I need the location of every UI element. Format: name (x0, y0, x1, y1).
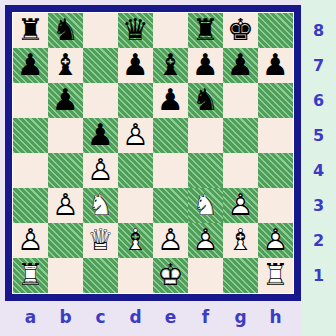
square-g3[interactable]: ♟♙ (223, 188, 258, 223)
board-frame: ♜♞♛♜♚♟♝♟♝♟♟♟♟♟♞♟♟♙♟♙♟♙♞♘♞♘♟♙♟♙♛♕♝♗♟♙♟♙♝♗… (5, 5, 301, 301)
piece-white-pawn[interactable]: ♟♙ (13, 223, 48, 258)
square-c8[interactable] (83, 13, 118, 48)
square-e8[interactable] (153, 13, 188, 48)
rank-label-2: 2 (301, 223, 336, 258)
square-f1[interactable] (188, 258, 223, 293)
square-c5[interactable]: ♟ (83, 118, 118, 153)
piece-white-pawn[interactable]: ♟♙ (118, 118, 153, 153)
square-b6[interactable]: ♟ (48, 83, 83, 118)
rank-labels: 87654321 (301, 13, 336, 293)
square-f4[interactable] (188, 153, 223, 188)
square-f7[interactable]: ♟ (188, 48, 223, 83)
piece-black-pawn[interactable]: ♟ (83, 118, 118, 153)
square-g7[interactable]: ♟ (223, 48, 258, 83)
square-h8[interactable] (258, 13, 293, 48)
file-label-a: a (13, 301, 48, 333)
square-h4[interactable] (258, 153, 293, 188)
square-h3[interactable] (258, 188, 293, 223)
square-e5[interactable] (153, 118, 188, 153)
square-b5[interactable] (48, 118, 83, 153)
file-label-c: c (83, 301, 118, 333)
piece-black-king[interactable]: ♚ (223, 13, 258, 48)
square-a2[interactable]: ♟♙ (13, 223, 48, 258)
square-b1[interactable] (48, 258, 83, 293)
piece-black-pawn[interactable]: ♟ (118, 48, 153, 83)
square-b4[interactable] (48, 153, 83, 188)
square-e6[interactable]: ♟ (153, 83, 188, 118)
piece-black-rook[interactable]: ♜ (188, 13, 223, 48)
square-c6[interactable] (83, 83, 118, 118)
square-d1[interactable] (118, 258, 153, 293)
file-label-d: d (118, 301, 153, 333)
piece-black-knight[interactable]: ♞ (48, 13, 83, 48)
square-d8[interactable]: ♛ (118, 13, 153, 48)
file-label-f: f (188, 301, 223, 333)
square-a8[interactable]: ♜ (13, 13, 48, 48)
square-g6[interactable] (223, 83, 258, 118)
square-b7[interactable]: ♝ (48, 48, 83, 83)
rank-label-4: 4 (301, 153, 336, 188)
piece-white-knight[interactable]: ♞♘ (83, 188, 118, 223)
rank-label-1: 1 (301, 258, 336, 293)
square-d3[interactable] (118, 188, 153, 223)
square-g4[interactable] (223, 153, 258, 188)
square-d6[interactable] (118, 83, 153, 118)
rank-label-5: 5 (301, 118, 336, 153)
square-e4[interactable] (153, 153, 188, 188)
piece-white-rook[interactable]: ♜♖ (258, 258, 293, 293)
square-b8[interactable]: ♞ (48, 13, 83, 48)
square-c1[interactable] (83, 258, 118, 293)
piece-black-queen[interactable]: ♛ (118, 13, 153, 48)
file-label-b: b (48, 301, 83, 333)
square-g1[interactable] (223, 258, 258, 293)
square-a3[interactable] (13, 188, 48, 223)
square-g5[interactable] (223, 118, 258, 153)
square-a5[interactable] (13, 118, 48, 153)
piece-white-pawn[interactable]: ♟♙ (83, 153, 118, 188)
piece-black-pawn[interactable]: ♟ (153, 83, 188, 118)
square-d4[interactable] (118, 153, 153, 188)
square-f2[interactable]: ♟♙ (188, 223, 223, 258)
rank-label-7: 7 (301, 48, 336, 83)
square-e7[interactable]: ♝ (153, 48, 188, 83)
piece-white-pawn[interactable]: ♟♙ (188, 223, 223, 258)
square-f8[interactable]: ♜ (188, 13, 223, 48)
piece-white-bishop[interactable]: ♝♗ (223, 223, 258, 258)
square-h5[interactable] (258, 118, 293, 153)
square-h7[interactable]: ♟ (258, 48, 293, 83)
square-b2[interactable] (48, 223, 83, 258)
chess-diagram: ♜♞♛♜♚♟♝♟♝♟♟♟♟♟♞♟♟♙♟♙♟♙♞♘♞♘♟♙♟♙♛♕♝♗♟♙♟♙♝♗… (0, 0, 336, 336)
square-h1[interactable]: ♜♖ (258, 258, 293, 293)
square-a4[interactable] (13, 153, 48, 188)
square-a7[interactable]: ♟ (13, 48, 48, 83)
file-label-e: e (153, 301, 188, 333)
piece-white-knight[interactable]: ♞♘ (188, 188, 223, 223)
file-label-h: h (258, 301, 293, 333)
piece-black-knight[interactable]: ♞ (188, 83, 223, 118)
piece-black-pawn[interactable]: ♟ (223, 48, 258, 83)
piece-white-pawn[interactable]: ♟♙ (223, 188, 258, 223)
square-e1[interactable]: ♚♔ (153, 258, 188, 293)
square-d2[interactable]: ♝♗ (118, 223, 153, 258)
piece-black-rook[interactable]: ♜ (13, 13, 48, 48)
square-g8[interactable]: ♚ (223, 13, 258, 48)
chess-board: ♜♞♛♜♚♟♝♟♝♟♟♟♟♟♞♟♟♙♟♙♟♙♞♘♞♘♟♙♟♙♛♕♝♗♟♙♟♙♝♗… (13, 13, 293, 293)
piece-white-king[interactable]: ♚♔ (153, 258, 188, 293)
square-e3[interactable] (153, 188, 188, 223)
file-labels: abcdefgh (13, 301, 293, 333)
rank-label-3: 3 (301, 188, 336, 223)
piece-white-pawn[interactable]: ♟♙ (258, 223, 293, 258)
square-c4[interactable]: ♟♙ (83, 153, 118, 188)
square-f3[interactable]: ♞♘ (188, 188, 223, 223)
square-h2[interactable]: ♟♙ (258, 223, 293, 258)
square-f5[interactable] (188, 118, 223, 153)
piece-white-pawn[interactable]: ♟♙ (153, 223, 188, 258)
square-b3[interactable]: ♟♙ (48, 188, 83, 223)
square-f6[interactable]: ♞ (188, 83, 223, 118)
square-e2[interactable]: ♟♙ (153, 223, 188, 258)
square-c3[interactable]: ♞♘ (83, 188, 118, 223)
piece-white-pawn[interactable]: ♟♙ (48, 188, 83, 223)
piece-white-rook[interactable]: ♜♖ (13, 258, 48, 293)
piece-black-pawn[interactable]: ♟ (13, 48, 48, 83)
piece-black-pawn[interactable]: ♟ (258, 48, 293, 83)
piece-black-pawn[interactable]: ♟ (48, 83, 83, 118)
piece-black-bishop[interactable]: ♝ (48, 48, 83, 83)
square-h6[interactable] (258, 83, 293, 118)
piece-black-bishop[interactable]: ♝ (153, 48, 188, 83)
rank-label-8: 8 (301, 13, 336, 48)
square-d7[interactable]: ♟ (118, 48, 153, 83)
piece-white-queen[interactable]: ♛♕ (83, 223, 118, 258)
piece-white-bishop[interactable]: ♝♗ (118, 223, 153, 258)
rank-label-6: 6 (301, 83, 336, 118)
square-g2[interactable]: ♝♗ (223, 223, 258, 258)
square-d5[interactable]: ♟♙ (118, 118, 153, 153)
square-a1[interactable]: ♜♖ (13, 258, 48, 293)
piece-black-pawn[interactable]: ♟ (188, 48, 223, 83)
square-a6[interactable] (13, 83, 48, 118)
square-c7[interactable] (83, 48, 118, 83)
file-label-g: g (223, 301, 258, 333)
square-c2[interactable]: ♛♕ (83, 223, 118, 258)
